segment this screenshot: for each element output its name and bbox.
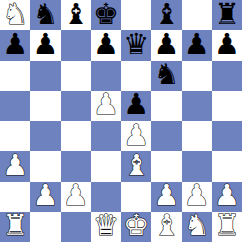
white-pawn-piece: ♟ [2, 151, 28, 180]
square-h8[interactable]: ♜ [212, 0, 242, 30]
square-h4[interactable] [212, 121, 242, 151]
square-b5[interactable] [30, 91, 60, 121]
square-f5[interactable] [151, 91, 181, 121]
white-knight-piece: ♞ [184, 212, 210, 241]
square-f7[interactable]: ♟ [151, 30, 181, 60]
white-bishop-piece: ♝ [153, 212, 179, 241]
square-e8[interactable] [121, 0, 151, 30]
square-g3[interactable] [182, 151, 212, 181]
square-a4[interactable] [0, 121, 30, 151]
square-f8[interactable]: ♝ [151, 0, 181, 30]
white-queen-piece: ♛ [93, 212, 119, 241]
square-a3[interactable]: ♟ [0, 151, 30, 181]
square-b3[interactable] [30, 151, 60, 181]
square-c1[interactable] [61, 212, 91, 242]
square-d6[interactable] [91, 61, 121, 91]
white-pawn-piece: ♟ [153, 182, 179, 211]
black-pawn-piece: ♟ [153, 30, 179, 59]
black-pawn-piece: ♟ [123, 91, 149, 120]
black-knight-piece: ♞ [32, 0, 58, 29]
square-c6[interactable] [61, 61, 91, 91]
square-b2[interactable]: ♟ [30, 182, 60, 212]
square-e3[interactable]: ♝ [121, 151, 151, 181]
square-f6[interactable]: ♞ [151, 61, 181, 91]
square-c4[interactable] [61, 121, 91, 151]
white-pawn-piece: ♟ [184, 182, 210, 211]
square-c3[interactable] [61, 151, 91, 181]
square-a1[interactable]: ♜ [0, 212, 30, 242]
square-e4[interactable]: ♟ [121, 121, 151, 151]
square-g6[interactable] [182, 61, 212, 91]
square-g5[interactable] [182, 91, 212, 121]
white-knight-piece: ♞ [2, 0, 28, 29]
black-pawn-piece: ♟ [184, 30, 210, 59]
black-queen-piece: ♛ [123, 30, 149, 59]
square-d7[interactable]: ♟ [91, 30, 121, 60]
square-g7[interactable]: ♟ [182, 30, 212, 60]
square-b7[interactable]: ♟ [30, 30, 60, 60]
square-c2[interactable]: ♟ [61, 182, 91, 212]
black-bishop-piece: ♝ [63, 0, 89, 29]
black-pawn-piece: ♟ [32, 30, 58, 59]
square-e7[interactable]: ♛ [121, 30, 151, 60]
white-pawn-piece: ♟ [123, 121, 149, 150]
white-bishop-piece: ♝ [123, 151, 149, 180]
square-h1[interactable]: ♜ [212, 212, 242, 242]
white-rook-piece: ♜ [2, 212, 28, 241]
black-pawn-piece: ♟ [214, 30, 240, 59]
square-b8[interactable]: ♞ [30, 0, 60, 30]
square-a8[interactable]: ♞ [0, 0, 30, 30]
square-h2[interactable]: ♟ [212, 182, 242, 212]
square-e5[interactable]: ♟ [121, 91, 151, 121]
square-a2[interactable] [0, 182, 30, 212]
square-c8[interactable]: ♝ [61, 0, 91, 30]
square-b6[interactable] [30, 61, 60, 91]
square-h7[interactable]: ♟ [212, 30, 242, 60]
square-d5[interactable]: ♟ [91, 91, 121, 121]
square-h3[interactable] [212, 151, 242, 181]
square-e2[interactable] [121, 182, 151, 212]
square-d8[interactable]: ♚ [91, 0, 121, 30]
square-a6[interactable] [0, 61, 30, 91]
black-bishop-piece: ♝ [153, 0, 179, 29]
black-king-piece: ♚ [93, 0, 119, 29]
white-pawn-piece: ♟ [32, 182, 58, 211]
square-g8[interactable] [182, 0, 212, 30]
square-b4[interactable] [30, 121, 60, 151]
square-d4[interactable] [91, 121, 121, 151]
square-h6[interactable] [212, 61, 242, 91]
black-rook-piece: ♜ [214, 0, 240, 29]
square-d3[interactable] [91, 151, 121, 181]
white-rook-piece: ♜ [214, 212, 240, 241]
square-h5[interactable] [212, 91, 242, 121]
square-g1[interactable]: ♞ [182, 212, 212, 242]
black-pawn-piece: ♟ [2, 30, 28, 59]
white-pawn-piece: ♟ [93, 91, 119, 120]
square-e6[interactable] [121, 61, 151, 91]
square-c7[interactable] [61, 30, 91, 60]
chess-board: ♞♞♝♚♝♜♟♟♟♛♟♟♟♞♟♟♟♟♝♟♟♟♟♟♜♛♚♝♞♜ [0, 0, 242, 242]
white-king-piece: ♚ [123, 212, 149, 241]
square-f2[interactable]: ♟ [151, 182, 181, 212]
white-pawn-piece: ♟ [63, 182, 89, 211]
white-pawn-piece: ♟ [214, 182, 240, 211]
square-g2[interactable]: ♟ [182, 182, 212, 212]
square-f4[interactable] [151, 121, 181, 151]
square-a7[interactable]: ♟ [0, 30, 30, 60]
square-a5[interactable] [0, 91, 30, 121]
square-f3[interactable] [151, 151, 181, 181]
square-e1[interactable]: ♚ [121, 212, 151, 242]
black-knight-piece: ♞ [153, 61, 179, 90]
square-d2[interactable] [91, 182, 121, 212]
square-b1[interactable] [30, 212, 60, 242]
square-d1[interactable]: ♛ [91, 212, 121, 242]
square-f1[interactable]: ♝ [151, 212, 181, 242]
square-c5[interactable] [61, 91, 91, 121]
square-g4[interactable] [182, 121, 212, 151]
black-pawn-piece: ♟ [93, 30, 119, 59]
